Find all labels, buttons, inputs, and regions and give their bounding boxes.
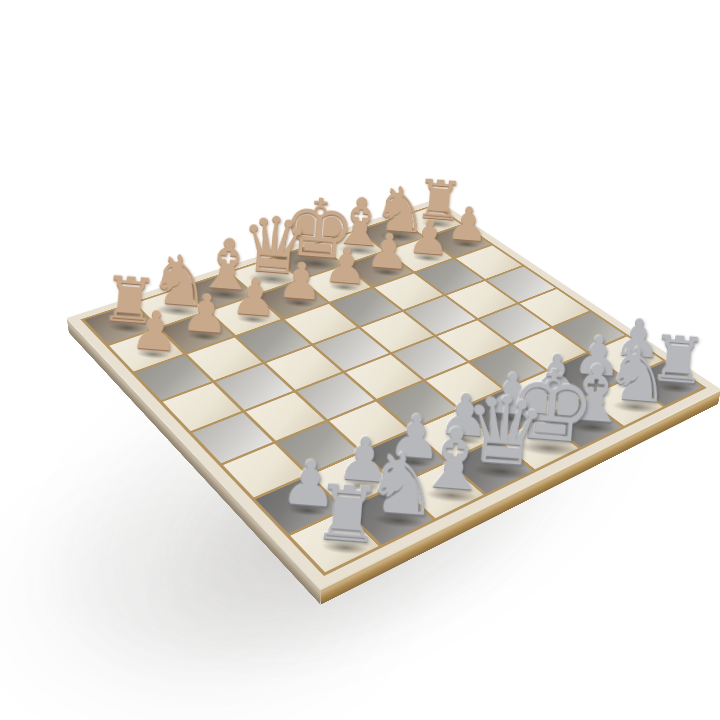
piece-wood-pawn-f7[interactable]: ♟ bbox=[365, 228, 411, 277]
piece-wood-pawn-d7[interactable]: ♟ bbox=[277, 256, 326, 307]
piece-silver-rook-a1[interactable]: ♜ bbox=[310, 476, 384, 554]
piece-wood-pawn-c7[interactable]: ♟ bbox=[230, 272, 280, 324]
photo-stage: ♜♞♝♛♚♝♞♜♟♟♟♟♟♟♟♟♟♟♟♟♟♟♟♟♜♞♝♛♚♝♞♜ bbox=[0, 0, 720, 720]
board-squares: ♜♞♝♛♚♝♞♜♟♟♟♟♟♟♟♟♟♟♟♟♟♟♟♟♜♞♝♛♚♝♞♜ bbox=[67, 199, 720, 589]
piece-wood-pawn-e7[interactable]: ♟ bbox=[322, 242, 369, 292]
piece-wood-pawn-a7[interactable]: ♟ bbox=[129, 304, 181, 359]
piece-wood-pawn-b7[interactable]: ♟ bbox=[181, 288, 232, 341]
chessboard-scene: ♜♞♝♛♚♝♞♜♟♟♟♟♟♟♟♟♟♟♟♟♟♟♟♟♜♞♝♛♚♝♞♜ bbox=[141, 119, 640, 618]
piece-wood-pawn-h7[interactable]: ♟ bbox=[446, 201, 491, 248]
chessboard: ♜♞♝♛♚♝♞♜♟♟♟♟♟♟♟♟♟♟♟♟♟♟♟♟♜♞♝♛♚♝♞♜ bbox=[69, 212, 718, 605]
piece-wood-pawn-g7[interactable]: ♟ bbox=[406, 214, 451, 262]
